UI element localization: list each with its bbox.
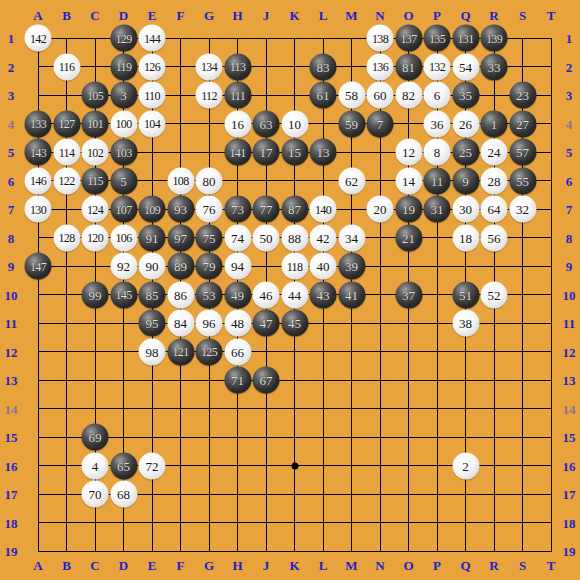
row-label-right-16: 16 [563,459,576,472]
go-stone-white-126[interactable]: 126 [139,53,166,80]
go-stone-white-90[interactable]: 90 [139,253,166,280]
row-label-left-17: 17 [5,488,18,501]
go-stone-black-99[interactable]: 99 [82,281,109,308]
go-stone-white-46[interactable]: 46 [253,281,280,308]
go-stone-black-55[interactable]: 55 [509,167,536,194]
go-stone-white-18[interactable]: 18 [452,224,479,251]
stone-move-number: 147 [30,260,46,272]
go-stone-white-130[interactable]: 130 [25,196,52,223]
stone-move-number: 135 [429,32,445,44]
stone-move-number: 47 [260,317,273,330]
stone-move-number: 112 [201,89,216,101]
stone-move-number: 138 [372,32,388,44]
stone-move-number: 70 [89,488,102,501]
column-label-top-K: K [289,9,299,22]
go-stone-white-80[interactable]: 80 [196,167,223,194]
stone-move-number: 133 [30,118,46,130]
go-stone-white-8[interactable]: 8 [424,139,451,166]
go-stone-white-132[interactable]: 132 [424,53,451,80]
go-stone-black-145[interactable]: 145 [110,281,137,308]
stone-move-number: 59 [345,117,358,130]
go-stone-black-63[interactable]: 63 [253,110,280,137]
stone-move-number: 104 [144,118,160,130]
column-label-top-H: H [232,9,242,22]
go-stone-black-141[interactable]: 141 [224,139,251,166]
column-label-top-G: G [204,9,214,22]
column-label-bottom-J: J [263,559,270,572]
stone-move-number: 53 [203,288,216,301]
go-stone-black-85[interactable]: 85 [139,281,166,308]
row-label-left-12: 12 [5,345,18,358]
stone-move-number: 32 [516,203,529,216]
go-stone-white-44[interactable]: 44 [281,281,308,308]
stone-move-number: 97 [174,231,187,244]
stone-move-number: 34 [345,231,358,244]
column-label-bottom-A: A [33,559,42,572]
stone-move-number: 21 [402,231,415,244]
stone-move-number: 74 [231,231,244,244]
go-stone-white-116[interactable]: 116 [53,53,80,80]
row-label-right-18: 18 [563,516,576,529]
stone-move-number: 6 [434,89,441,102]
column-label-top-J: J [263,9,270,22]
stone-move-number: 83 [317,60,330,73]
go-stone-white-14[interactable]: 14 [395,167,422,194]
go-stone-black-61[interactable]: 61 [310,82,337,109]
go-stone-white-20[interactable]: 20 [367,196,394,223]
row-label-right-8: 8 [566,231,573,244]
column-label-top-M: M [345,9,357,22]
go-stone-white-134[interactable]: 134 [196,53,223,80]
stone-move-number: 35 [459,89,472,102]
go-stone-black-79[interactable]: 79 [196,253,223,280]
stone-move-number: 142 [30,32,46,44]
star-point-k16 [291,462,298,469]
go-stone-black-13[interactable]: 13 [310,139,337,166]
go-stone-white-102[interactable]: 102 [82,139,109,166]
stone-move-number: 128 [59,232,75,244]
row-label-left-5: 5 [8,146,15,159]
stone-move-number: 134 [201,61,217,73]
stone-move-number: 11 [431,174,444,187]
stone-move-number: 82 [402,89,415,102]
stone-move-number: 18 [459,231,472,244]
row-label-right-13: 13 [563,374,576,387]
go-stone-black-47[interactable]: 47 [253,310,280,337]
go-stone-black-65[interactable]: 65 [110,452,137,479]
go-stone-white-140[interactable]: 140 [310,196,337,223]
go-stone-black-77[interactable]: 77 [253,196,280,223]
go-stone-white-60[interactable]: 60 [367,82,394,109]
row-label-left-4: 4 [8,117,15,130]
go-stone-black-57[interactable]: 57 [509,139,536,166]
stone-move-number: 113 [230,61,245,73]
go-stone-white-68[interactable]: 68 [110,481,137,508]
row-label-left-9: 9 [8,260,15,273]
go-stone-black-95[interactable]: 95 [139,310,166,337]
column-label-bottom-C: C [90,559,99,572]
stone-move-number: 30 [459,203,472,216]
go-stone-white-40[interactable]: 40 [310,253,337,280]
column-label-bottom-Q: Q [460,559,470,572]
go-stone-white-36[interactable]: 36 [424,110,451,137]
stone-move-number: 63 [260,117,273,130]
stone-move-number: 27 [516,117,529,130]
column-label-bottom-N: N [375,559,384,572]
go-stone-white-48[interactable]: 48 [224,310,251,337]
column-label-top-S: S [519,9,526,22]
row-label-right-7: 7 [566,203,573,216]
stone-move-number: 24 [488,146,501,159]
stone-move-number: 99 [89,288,102,301]
column-label-bottom-D: D [119,559,128,572]
stone-move-number: 75 [203,231,216,244]
go-stone-white-34[interactable]: 34 [338,224,365,251]
go-stone-white-98[interactable]: 98 [139,338,166,365]
stone-move-number: 39 [345,260,358,273]
go-stone-white-4[interactable]: 4 [82,452,109,479]
stone-move-number: 100 [116,118,132,130]
go-stone-black-21[interactable]: 21 [395,224,422,251]
stone-move-number: 68 [117,488,130,501]
go-stone-black-97[interactable]: 97 [167,224,194,251]
stone-move-number: 73 [231,203,244,216]
go-stone-white-76[interactable]: 76 [196,196,223,223]
stone-move-number: 76 [203,203,216,216]
go-stone-white-58[interactable]: 58 [338,82,365,109]
go-stone-white-30[interactable]: 30 [452,196,479,223]
go-stone-black-1[interactable]: 1 [481,110,508,137]
grid-line-horizontal [38,408,552,409]
row-label-left-15: 15 [5,431,18,444]
column-label-bottom-M: M [345,559,357,572]
row-label-right-10: 10 [563,288,576,301]
row-label-left-13: 13 [5,374,18,387]
go-stone-white-106[interactable]: 106 [110,224,137,251]
go-stone-white-84[interactable]: 84 [167,310,194,337]
column-label-top-B: B [62,9,71,22]
go-stone-white-142[interactable]: 142 [25,25,52,52]
stone-move-number: 95 [146,317,159,330]
go-stone-black-49[interactable]: 49 [224,281,251,308]
stone-move-number: 17 [260,146,273,159]
go-stone-black-17[interactable]: 17 [253,139,280,166]
column-label-top-F: F [177,9,185,22]
stone-move-number: 80 [203,174,216,187]
stone-move-number: 96 [203,317,216,330]
go-stone-black-9[interactable]: 9 [452,167,479,194]
go-stone-black-27[interactable]: 27 [509,110,536,137]
go-stone-black-81[interactable]: 81 [395,53,422,80]
go-stone-white-122[interactable]: 122 [53,167,80,194]
go-stone-black-107[interactable]: 107 [110,196,137,223]
go-stone-white-136[interactable]: 136 [367,53,394,80]
go-stone-black-35[interactable]: 35 [452,82,479,109]
go-stone-white-128[interactable]: 128 [53,224,80,251]
go-stone-black-45[interactable]: 45 [281,310,308,337]
go-stone-white-144[interactable]: 144 [139,25,166,52]
stone-move-number: 28 [488,174,501,187]
stone-move-number: 19 [402,203,415,216]
go-stone-black-135[interactable]: 135 [424,25,451,52]
go-stone-white-118[interactable]: 118 [281,253,308,280]
go-stone-white-16[interactable]: 16 [224,110,251,137]
go-stone-white-28[interactable]: 28 [481,167,508,194]
row-label-right-11: 11 [563,317,575,330]
row-label-right-5: 5 [566,146,573,159]
column-label-top-R: R [489,9,498,22]
go-stone-white-110[interactable]: 110 [139,82,166,109]
go-stone-white-92[interactable]: 92 [110,253,137,280]
stone-move-number: 143 [30,146,46,158]
stone-move-number: 101 [87,118,103,130]
column-label-top-L: L [319,9,328,22]
go-stone-black-37[interactable]: 37 [395,281,422,308]
column-label-bottom-O: O [403,559,413,572]
stone-move-number: 61 [317,89,330,102]
go-stone-white-2[interactable]: 2 [452,452,479,479]
go-stone-white-86[interactable]: 86 [167,281,194,308]
go-stone-black-51[interactable]: 51 [452,281,479,308]
go-stone-black-143[interactable]: 143 [25,139,52,166]
go-stone-white-38[interactable]: 38 [452,310,479,337]
go-stone-black-75[interactable]: 75 [196,224,223,251]
stone-move-number: 43 [317,288,330,301]
go-stone-black-137[interactable]: 137 [395,25,422,52]
go-stone-black-43[interactable]: 43 [310,281,337,308]
go-stone-white-62[interactable]: 62 [338,167,365,194]
column-label-top-Q: Q [460,9,470,22]
go-stone-white-124[interactable]: 124 [82,196,109,223]
go-stone-black-3[interactable]: 3 [110,82,137,109]
row-label-right-19: 19 [563,545,576,558]
column-label-top-T: T [547,9,556,22]
stone-move-number: 9 [462,174,469,187]
stone-move-number: 57 [516,146,529,159]
stone-move-number: 131 [458,32,474,44]
grid-line-horizontal [38,522,552,523]
go-stone-black-113[interactable]: 113 [224,53,251,80]
go-stone-white-108[interactable]: 108 [167,167,194,194]
stone-move-number: 119 [116,61,131,73]
stone-move-number: 3 [120,89,127,102]
go-stone-white-96[interactable]: 96 [196,310,223,337]
go-stone-black-121[interactable]: 121 [167,338,194,365]
row-label-right-3: 3 [566,89,573,102]
stone-move-number: 8 [434,146,441,159]
go-stone-black-147[interactable]: 147 [25,253,52,280]
stone-move-number: 79 [203,260,216,273]
stone-move-number: 110 [144,89,159,101]
stone-move-number: 1 [491,117,498,130]
stone-move-number: 127 [59,118,75,130]
stone-move-number: 67 [260,374,273,387]
stone-move-number: 38 [459,317,472,330]
stone-move-number: 106 [116,232,132,244]
go-stone-black-125[interactable]: 125 [196,338,223,365]
go-stone-white-24[interactable]: 24 [481,139,508,166]
go-stone-white-120[interactable]: 120 [82,224,109,251]
go-stone-white-82[interactable]: 82 [395,82,422,109]
stone-move-number: 64 [488,203,501,216]
go-stone-black-67[interactable]: 67 [253,367,280,394]
go-stone-white-32[interactable]: 32 [509,196,536,223]
go-stone-white-94[interactable]: 94 [224,253,251,280]
go-stone-white-74[interactable]: 74 [224,224,251,251]
stone-move-number: 92 [117,260,130,273]
stone-move-number: 105 [87,89,103,101]
stone-move-number: 62 [345,174,358,187]
stone-move-number: 15 [288,146,301,159]
go-stone-white-88[interactable]: 88 [281,224,308,251]
go-stone-white-66[interactable]: 66 [224,338,251,365]
stone-move-number: 36 [431,117,444,130]
go-stone-white-100[interactable]: 100 [110,110,137,137]
stone-move-number: 108 [173,175,189,187]
column-label-bottom-F: F [177,559,185,572]
go-stone-black-133[interactable]: 133 [25,110,52,137]
go-stone-white-112[interactable]: 112 [196,82,223,109]
row-label-right-9: 9 [566,260,573,273]
row-label-right-6: 6 [566,174,573,187]
go-stone-black-119[interactable]: 119 [110,53,137,80]
go-stone-white-104[interactable]: 104 [139,110,166,137]
row-label-left-3: 3 [8,89,15,102]
go-stone-black-91[interactable]: 91 [139,224,166,251]
go-stone-black-73[interactable]: 73 [224,196,251,223]
grid-line-horizontal [38,380,552,381]
go-stone-white-70[interactable]: 70 [82,481,109,508]
stone-move-number: 86 [174,288,187,301]
stone-move-number: 2 [462,459,469,472]
stone-move-number: 4 [92,459,99,472]
go-stone-white-54[interactable]: 54 [452,53,479,80]
go-stone-white-50[interactable]: 50 [253,224,280,251]
stone-move-number: 111 [230,89,245,101]
stone-move-number: 54 [459,60,472,73]
go-stone-white-114[interactable]: 114 [53,139,80,166]
stone-move-number: 87 [288,203,301,216]
stone-move-number: 144 [144,32,160,44]
go-stone-black-87[interactable]: 87 [281,196,308,223]
go-stone-black-53[interactable]: 53 [196,281,223,308]
go-stone-black-15[interactable]: 15 [281,139,308,166]
row-label-right-4: 4 [566,117,573,130]
go-stone-black-105[interactable]: 105 [82,82,109,109]
column-label-bottom-K: K [289,559,299,572]
stone-move-number: 140 [315,203,331,215]
stone-move-number: 50 [260,231,273,244]
row-label-left-8: 8 [8,231,15,244]
go-stone-black-39[interactable]: 39 [338,253,365,280]
go-stone-white-52[interactable]: 52 [481,281,508,308]
go-stone-white-56[interactable]: 56 [481,224,508,251]
stone-move-number: 12 [402,146,415,159]
column-label-bottom-H: H [232,559,242,572]
stone-move-number: 132 [429,61,445,73]
stone-move-number: 130 [30,203,46,215]
column-label-top-A: A [33,9,42,22]
row-label-left-7: 7 [8,203,15,216]
go-stone-white-26[interactable]: 26 [452,110,479,137]
go-stone-black-31[interactable]: 31 [424,196,451,223]
go-stone-black-127[interactable]: 127 [53,110,80,137]
go-stone-black-59[interactable]: 59 [338,110,365,137]
row-label-right-15: 15 [563,431,576,444]
row-label-left-10: 10 [5,288,18,301]
stone-move-number: 65 [117,459,130,472]
go-stone-white-64[interactable]: 64 [481,196,508,223]
stone-move-number: 141 [230,146,246,158]
go-stone-white-12[interactable]: 12 [395,139,422,166]
go-stone-black-33[interactable]: 33 [481,53,508,80]
go-stone-black-89[interactable]: 89 [167,253,194,280]
go-stone-black-83[interactable]: 83 [310,53,337,80]
column-label-top-N: N [375,9,384,22]
go-stone-white-146[interactable]: 146 [25,167,52,194]
row-label-right-17: 17 [563,488,576,501]
go-stone-black-11[interactable]: 11 [424,167,451,194]
go-stone-white-72[interactable]: 72 [139,452,166,479]
go-stone-black-93[interactable]: 93 [167,196,194,223]
go-stone-white-42[interactable]: 42 [310,224,337,251]
go-stone-black-25[interactable]: 25 [452,139,479,166]
stone-move-number: 81 [402,60,415,73]
stone-move-number: 56 [488,231,501,244]
go-stone-black-111[interactable]: 111 [224,82,251,109]
row-label-right-2: 2 [566,60,573,73]
go-stone-black-131[interactable]: 131 [452,25,479,52]
go-stone-black-23[interactable]: 23 [509,82,536,109]
go-stone-white-138[interactable]: 138 [367,25,394,52]
stone-move-number: 126 [144,61,160,73]
stone-move-number: 107 [116,203,132,215]
go-stone-white-10[interactable]: 10 [281,110,308,137]
go-stone-black-101[interactable]: 101 [82,110,109,137]
column-label-bottom-E: E [148,559,157,572]
stone-move-number: 66 [231,345,244,358]
go-stone-black-19[interactable]: 19 [395,196,422,223]
go-stone-black-115[interactable]: 115 [82,167,109,194]
column-label-bottom-G: G [204,559,214,572]
go-stone-white-6[interactable]: 6 [424,82,451,109]
stone-move-number: 118 [287,260,302,272]
stone-move-number: 122 [59,175,75,187]
go-stone-black-129[interactable]: 129 [110,25,137,52]
stone-move-number: 5 [120,174,127,187]
stone-move-number: 146 [30,175,46,187]
go-stone-black-5[interactable]: 5 [110,167,137,194]
row-label-left-6: 6 [8,174,15,187]
go-stone-black-69[interactable]: 69 [82,424,109,451]
column-label-top-D: D [119,9,128,22]
go-stone-black-103[interactable]: 103 [110,139,137,166]
go-stone-black-139[interactable]: 139 [481,25,508,52]
column-label-bottom-L: L [319,559,328,572]
go-stone-black-41[interactable]: 41 [338,281,365,308]
go-stone-black-71[interactable]: 71 [224,367,251,394]
stone-move-number: 69 [89,431,102,444]
go-stone-black-109[interactable]: 109 [139,196,166,223]
stone-move-number: 10 [288,117,301,130]
stone-move-number: 85 [146,288,159,301]
stone-move-number: 55 [516,174,529,187]
stone-move-number: 137 [401,32,417,44]
grid-line-vertical [551,38,552,552]
stone-move-number: 120 [87,232,103,244]
stone-move-number: 13 [317,146,330,159]
go-stone-black-7[interactable]: 7 [367,110,394,137]
